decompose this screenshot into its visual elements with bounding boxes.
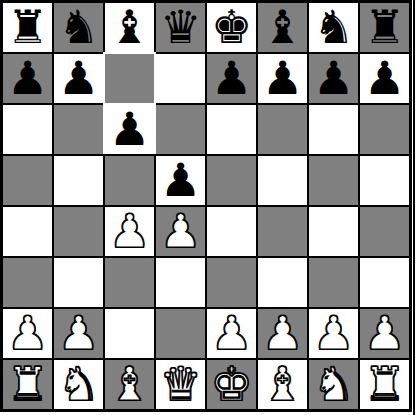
square-a6[interactable]: [3, 105, 52, 154]
white-pawn-piece[interactable]: ♟: [313, 310, 354, 356]
square-c7[interactable]: [105, 54, 154, 103]
square-a3[interactable]: [3, 258, 52, 307]
square-b8[interactable]: ♞: [54, 3, 103, 52]
square-e3[interactable]: [207, 258, 256, 307]
square-e6[interactable]: [207, 105, 256, 154]
square-c8[interactable]: ♝: [105, 3, 154, 52]
window-border-line: [413, 0, 415, 415]
square-f6[interactable]: [258, 105, 307, 154]
white-bishop-piece[interactable]: ♝: [109, 361, 150, 407]
black-pawn-piece[interactable]: ♟: [109, 106, 150, 152]
square-b5[interactable]: [54, 156, 103, 205]
black-pawn-piece[interactable]: ♟: [58, 55, 99, 101]
square-d5[interactable]: ♟: [156, 156, 205, 205]
black-pawn-piece[interactable]: ♟: [160, 157, 201, 203]
white-knight-piece[interactable]: ♞: [58, 361, 99, 407]
square-d6[interactable]: [156, 105, 205, 154]
square-e5[interactable]: [207, 156, 256, 205]
square-b4[interactable]: [54, 207, 103, 256]
white-rook-piece[interactable]: ♜: [364, 361, 405, 407]
square-g7[interactable]: ♟: [309, 54, 358, 103]
square-g2[interactable]: ♟: [309, 309, 358, 358]
white-king-piece[interactable]: ♚: [211, 361, 252, 407]
square-h3[interactable]: [360, 258, 409, 307]
square-b6[interactable]: [54, 105, 103, 154]
square-b3[interactable]: [54, 258, 103, 307]
square-f4[interactable]: [258, 207, 307, 256]
white-pawn-piece[interactable]: ♟: [109, 208, 150, 254]
white-pawn-piece[interactable]: ♟: [160, 208, 201, 254]
square-a5[interactable]: [3, 156, 52, 205]
square-e1[interactable]: ♚: [207, 360, 256, 409]
square-f7[interactable]: ♟: [258, 54, 307, 103]
square-d2[interactable]: [156, 309, 205, 358]
square-c6[interactable]: ♟: [105, 105, 154, 154]
square-c5[interactable]: [105, 156, 154, 205]
black-king-piece[interactable]: ♚: [211, 4, 252, 50]
square-f3[interactable]: [258, 258, 307, 307]
square-h4[interactable]: [360, 207, 409, 256]
square-c1[interactable]: ♝: [105, 360, 154, 409]
square-g6[interactable]: [309, 105, 358, 154]
white-bishop-piece[interactable]: ♝: [262, 361, 303, 407]
square-h1[interactable]: ♜: [360, 360, 409, 409]
square-b1[interactable]: ♞: [54, 360, 103, 409]
black-pawn-piece[interactable]: ♟: [211, 55, 252, 101]
square-f2[interactable]: ♟: [258, 309, 307, 358]
square-h5[interactable]: [360, 156, 409, 205]
square-h7[interactable]: ♟: [360, 54, 409, 103]
square-g1[interactable]: ♞: [309, 360, 358, 409]
square-h2[interactable]: ♟: [360, 309, 409, 358]
square-a4[interactable]: [3, 207, 52, 256]
square-g4[interactable]: [309, 207, 358, 256]
white-pawn-piece[interactable]: ♟: [364, 310, 405, 356]
square-f1[interactable]: ♝: [258, 360, 307, 409]
black-pawn-piece[interactable]: ♟: [262, 55, 303, 101]
white-pawn-piece[interactable]: ♟: [262, 310, 303, 356]
square-e4[interactable]: [207, 207, 256, 256]
square-d7[interactable]: [156, 54, 205, 103]
black-queen-piece[interactable]: ♛: [160, 4, 201, 50]
black-knight-piece[interactable]: ♞: [313, 4, 354, 50]
white-rook-piece[interactable]: ♜: [7, 361, 48, 407]
square-a8[interactable]: ♜: [3, 3, 52, 52]
square-d4[interactable]: ♟: [156, 207, 205, 256]
square-d1[interactable]: ♛: [156, 360, 205, 409]
square-h6[interactable]: [360, 105, 409, 154]
white-knight-piece[interactable]: ♞: [313, 361, 354, 407]
square-a7[interactable]: ♟: [3, 54, 52, 103]
square-e8[interactable]: ♚: [207, 3, 256, 52]
black-pawn-piece[interactable]: ♟: [364, 55, 405, 101]
black-rook-piece[interactable]: ♜: [7, 4, 48, 50]
black-pawn-piece[interactable]: ♟: [313, 55, 354, 101]
square-f8[interactable]: ♝: [258, 3, 307, 52]
square-c2[interactable]: [105, 309, 154, 358]
chess-board: ♜♞♝♛♚♝♞♜♟♟♟♟♟♟♟♟♟♟♟♟♟♟♟♟♜♞♝♛♚♝♞♜: [0, 0, 412, 412]
black-rook-piece[interactable]: ♜: [364, 4, 405, 50]
square-c3[interactable]: [105, 258, 154, 307]
square-b2[interactable]: ♟: [54, 309, 103, 358]
white-pawn-piece[interactable]: ♟: [211, 310, 252, 356]
black-pawn-piece[interactable]: ♟: [7, 55, 48, 101]
square-g3[interactable]: [309, 258, 358, 307]
white-pawn-piece[interactable]: ♟: [7, 310, 48, 356]
square-f5[interactable]: [258, 156, 307, 205]
square-b7[interactable]: ♟: [54, 54, 103, 103]
square-a1[interactable]: ♜: [3, 360, 52, 409]
square-e2[interactable]: ♟: [207, 309, 256, 358]
xboard-window: ♜♞♝♛♚♝♞♜♟♟♟♟♟♟♟♟♟♟♟♟♟♟♟♟♜♞♝♛♚♝♞♜: [0, 0, 416, 415]
square-h8[interactable]: ♜: [360, 3, 409, 52]
white-queen-piece[interactable]: ♛: [160, 361, 201, 407]
square-c4[interactable]: ♟: [105, 207, 154, 256]
square-d8[interactable]: ♛: [156, 3, 205, 52]
black-bishop-piece[interactable]: ♝: [109, 4, 150, 50]
square-g5[interactable]: [309, 156, 358, 205]
white-pawn-piece[interactable]: ♟: [58, 310, 99, 356]
black-bishop-piece[interactable]: ♝: [262, 4, 303, 50]
square-d3[interactable]: [156, 258, 205, 307]
square-e7[interactable]: ♟: [207, 54, 256, 103]
black-knight-piece[interactable]: ♞: [58, 4, 99, 50]
square-g8[interactable]: ♞: [309, 3, 358, 52]
square-a2[interactable]: ♟: [3, 309, 52, 358]
